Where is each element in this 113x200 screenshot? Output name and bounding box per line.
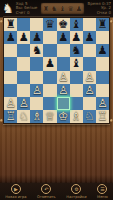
square-d5[interactable]: ♟ bbox=[43, 57, 56, 70]
square-f2[interactable] bbox=[70, 97, 83, 110]
tray-piece-icon: ♜ bbox=[43, 5, 49, 13]
square-f4[interactable] bbox=[70, 71, 83, 84]
square-d7[interactable] bbox=[43, 31, 56, 44]
board-frame: ♜♛♚♝♜♟♟♟♟♟♟♞♞♟♟♝♙♙♙♙♙♙♙♙♖♘♗♕♔♗♘♖ bbox=[3, 17, 110, 124]
undo-button[interactable]: ↶ Отменить bbox=[37, 184, 56, 199]
square-h8[interactable]: ♜ bbox=[96, 18, 109, 31]
black-knight-c6[interactable]: ♞ bbox=[32, 44, 42, 57]
frame-screw bbox=[110, 20, 113, 23]
white-pawn-h2[interactable]: ♙ bbox=[97, 97, 107, 110]
black-rook-a8[interactable]: ♜ bbox=[5, 18, 15, 31]
square-b8[interactable] bbox=[17, 18, 30, 31]
square-f3[interactable] bbox=[70, 84, 83, 97]
square-c1[interactable]: ♗ bbox=[30, 110, 43, 123]
square-e4[interactable]: ♙ bbox=[57, 71, 70, 84]
stat-line: Счёт 0 bbox=[16, 11, 38, 16]
black-pawn-f7[interactable]: ♟ bbox=[71, 31, 81, 44]
black-pawn-a7[interactable]: ♟ bbox=[5, 31, 15, 44]
menu-label: Меню bbox=[97, 195, 108, 199]
undo-icon: ↶ bbox=[41, 184, 51, 194]
white-pawn-c3[interactable]: ♙ bbox=[32, 84, 42, 97]
settings-label: Настройки bbox=[66, 195, 86, 199]
frame-screw bbox=[0, 119, 3, 122]
square-g2[interactable] bbox=[83, 97, 96, 110]
black-pawn-d5[interactable]: ♟ bbox=[45, 57, 55, 70]
square-a8[interactable]: ♜ bbox=[4, 18, 17, 31]
square-h1[interactable]: ♖ bbox=[96, 110, 109, 123]
white-pawn-g4[interactable]: ♙ bbox=[84, 71, 94, 84]
square-g7[interactable]: ♟ bbox=[83, 31, 96, 44]
square-c2[interactable] bbox=[30, 97, 43, 110]
square-h4[interactable] bbox=[96, 71, 109, 84]
square-f5[interactable]: ♝ bbox=[70, 57, 83, 70]
square-d3[interactable] bbox=[43, 84, 56, 97]
square-b6[interactable] bbox=[17, 44, 30, 57]
black-pawn-e7[interactable]: ♟ bbox=[58, 31, 68, 44]
square-h3[interactable] bbox=[96, 84, 109, 97]
square-b4[interactable] bbox=[17, 71, 30, 84]
square-g4[interactable]: ♙ bbox=[83, 71, 96, 84]
square-f6[interactable]: ♞ bbox=[70, 44, 83, 57]
black-bishop-f8[interactable]: ♝ bbox=[71, 18, 81, 31]
frame-screw bbox=[110, 119, 113, 122]
square-b7[interactable]: ♟ bbox=[17, 31, 30, 44]
new-game-button[interactable]: ▶ Новая игра bbox=[5, 184, 26, 199]
tray-piece-icon: ♟ bbox=[76, 5, 82, 13]
tray-piece-icon: ♛ bbox=[68, 5, 74, 13]
toolbar: ▶ Новая игра ↶ Отменить ⚙ Настройки ☰ Ме… bbox=[0, 183, 113, 200]
chess-app-screen: ♞ Ход 5 Вы: белые Счёт 0 ♜♞♝♛♟ Время 0:3… bbox=[0, 0, 113, 200]
square-c5[interactable] bbox=[30, 57, 43, 70]
white-queen-d1[interactable]: ♕ bbox=[45, 110, 55, 123]
white-pawn-e4[interactable]: ♙ bbox=[58, 71, 68, 84]
black-pawn-g7[interactable]: ♟ bbox=[84, 31, 94, 44]
square-d4[interactable] bbox=[43, 71, 56, 84]
new-game-label: Новая игра bbox=[5, 195, 26, 199]
square-g8[interactable] bbox=[83, 18, 96, 31]
undo-label: Отменить bbox=[37, 195, 56, 199]
tray-piece-icon: ♞ bbox=[51, 5, 57, 13]
black-pawn-h6[interactable]: ♟ bbox=[97, 44, 107, 57]
square-h2[interactable]: ♙ bbox=[96, 97, 109, 110]
square-b1[interactable]: ♘ bbox=[17, 110, 30, 123]
square-f7[interactable]: ♟ bbox=[70, 31, 83, 44]
game-stats: Время 0:37 Ур. 2 Очки 0 bbox=[88, 2, 111, 16]
square-g5[interactable] bbox=[83, 57, 96, 70]
square-d6[interactable] bbox=[43, 44, 56, 57]
captured-pieces-tray: ♜♞♝♛♟ bbox=[41, 3, 83, 14]
square-a2[interactable]: ♙ bbox=[4, 97, 17, 110]
square-e7[interactable]: ♟ bbox=[57, 31, 70, 44]
square-h7[interactable] bbox=[96, 31, 109, 44]
stat-line: Очки 0 bbox=[88, 11, 111, 16]
square-a1[interactable]: ♖ bbox=[4, 110, 17, 123]
square-a3[interactable] bbox=[4, 84, 17, 97]
white-knight-b1[interactable]: ♘ bbox=[19, 110, 29, 123]
square-g3[interactable]: ♙ bbox=[83, 84, 96, 97]
square-e1[interactable]: ♔ bbox=[57, 110, 70, 123]
white-pawn-e3[interactable]: ♙ bbox=[58, 84, 68, 97]
square-c6[interactable]: ♞ bbox=[30, 44, 43, 57]
settings-button[interactable]: ⚙ Настройки bbox=[66, 184, 86, 199]
square-d8[interactable]: ♛ bbox=[43, 18, 56, 31]
square-d1[interactable]: ♕ bbox=[43, 110, 56, 123]
white-bishop-c1[interactable]: ♗ bbox=[32, 110, 42, 123]
white-rook-h1[interactable]: ♖ bbox=[97, 110, 107, 123]
white-pawn-g3[interactable]: ♙ bbox=[84, 84, 94, 97]
square-h6[interactable]: ♟ bbox=[96, 44, 109, 57]
chess-board: ♜♛♚♝♜♟♟♟♟♟♟♞♞♟♟♝♙♙♙♙♙♙♙♙♖♘♗♕♔♗♘♖ bbox=[4, 18, 109, 123]
square-a4[interactable] bbox=[4, 71, 17, 84]
square-g6[interactable] bbox=[83, 44, 96, 57]
square-a5[interactable] bbox=[4, 57, 17, 70]
square-e8[interactable]: ♚ bbox=[57, 18, 70, 31]
square-b5[interactable] bbox=[17, 57, 30, 70]
square-f1[interactable]: ♗ bbox=[70, 110, 83, 123]
square-h5[interactable] bbox=[96, 57, 109, 70]
square-c8[interactable] bbox=[30, 18, 43, 31]
square-d2[interactable] bbox=[43, 97, 56, 110]
new-game-icon: ▶ bbox=[11, 184, 21, 194]
white-pawn-a2[interactable]: ♙ bbox=[5, 97, 15, 110]
black-pawn-c7[interactable]: ♟ bbox=[32, 31, 42, 44]
frame-screw bbox=[0, 20, 3, 23]
menu-icon: ☰ bbox=[97, 184, 107, 194]
square-c3[interactable]: ♙ bbox=[30, 84, 43, 97]
black-bishop-f5[interactable]: ♝ bbox=[71, 57, 81, 70]
square-e5[interactable] bbox=[57, 57, 70, 70]
black-rook-h8[interactable]: ♜ bbox=[97, 18, 107, 31]
square-g1[interactable]: ♘ bbox=[83, 110, 96, 123]
square-b3[interactable] bbox=[17, 84, 30, 97]
white-knight-icon: ♞ bbox=[2, 2, 14, 15]
white-king-e1[interactable]: ♔ bbox=[58, 110, 68, 123]
white-pawn-b2[interactable]: ♙ bbox=[19, 97, 29, 110]
settings-gear-icon: ⚙ bbox=[71, 184, 81, 194]
square-b2[interactable]: ♙ bbox=[17, 97, 30, 110]
square-a6[interactable] bbox=[4, 44, 17, 57]
square-e6[interactable] bbox=[57, 44, 70, 57]
player-stats: Ход 5 Вы: белые Счёт 0 bbox=[16, 2, 38, 16]
white-knight-g1[interactable]: ♘ bbox=[84, 110, 94, 123]
square-c7[interactable]: ♟ bbox=[30, 31, 43, 44]
status-bar: ♞ Ход 5 Вы: белые Счёт 0 ♜♞♝♛♟ Время 0:3… bbox=[0, 0, 113, 17]
tray-piece-icon: ♝ bbox=[59, 5, 65, 13]
black-knight-f6[interactable]: ♞ bbox=[71, 44, 81, 57]
square-e3[interactable]: ♙ bbox=[57, 84, 70, 97]
menu-button[interactable]: ☰ Меню bbox=[97, 184, 108, 199]
white-rook-a1[interactable]: ♖ bbox=[5, 110, 15, 123]
black-king-e8[interactable]: ♚ bbox=[58, 18, 68, 31]
square-c4[interactable] bbox=[30, 71, 43, 84]
black-pawn-b7[interactable]: ♟ bbox=[19, 31, 29, 44]
square-e2[interactable] bbox=[57, 97, 70, 110]
black-queen-d8[interactable]: ♛ bbox=[45, 18, 55, 31]
square-f8[interactable]: ♝ bbox=[70, 18, 83, 31]
white-bishop-f1[interactable]: ♗ bbox=[71, 110, 81, 123]
square-a7[interactable]: ♟ bbox=[4, 31, 17, 44]
